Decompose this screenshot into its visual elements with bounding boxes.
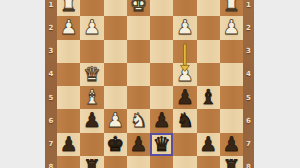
- video-frame: 12345678 ♜♚♜♟♟♟♟♛♟♝♟♝♟♟♞♟♞♟♚♟♛♟♟♜♜ 12345…: [0, 0, 300, 168]
- rank-label-3: 3: [243, 40, 254, 63]
- square-g3[interactable]: [80, 40, 103, 63]
- black-pawn[interactable]: ♟: [199, 133, 217, 156]
- square-g1[interactable]: [80, 0, 103, 16]
- rank-labels-right: 12345678: [243, 0, 254, 168]
- square-d7[interactable]: ♛: [150, 133, 173, 156]
- square-h5[interactable]: [57, 86, 80, 109]
- chess-board: 12345678 ♜♚♜♟♟♟♟♛♟♝♟♝♟♟♞♟♞♟♚♟♛♟♟♜♜ 12345…: [45, 0, 254, 168]
- square-c4[interactable]: ♟: [173, 63, 196, 86]
- rank-label-8: 8: [243, 156, 254, 168]
- black-queen[interactable]: ♛: [153, 133, 171, 156]
- rank-label-5: 5: [45, 86, 57, 109]
- square-b2[interactable]: [197, 16, 220, 39]
- square-f5[interactable]: [104, 86, 127, 109]
- square-e7[interactable]: ♟: [127, 133, 150, 156]
- square-c8[interactable]: [173, 156, 196, 168]
- square-a1[interactable]: ♜: [220, 0, 243, 16]
- white-pawn[interactable]: ♟: [176, 63, 194, 86]
- square-d5[interactable]: [150, 86, 173, 109]
- square-b1[interactable]: [197, 0, 220, 16]
- rank-label-4: 4: [45, 63, 57, 86]
- square-c6[interactable]: ♞: [173, 109, 196, 132]
- square-e4[interactable]: [127, 63, 150, 86]
- square-d1[interactable]: [150, 0, 173, 16]
- square-f6[interactable]: ♟: [104, 109, 127, 132]
- square-a4[interactable]: [220, 63, 243, 86]
- square-c7[interactable]: [173, 133, 196, 156]
- white-queen[interactable]: ♛: [83, 63, 101, 86]
- black-knight[interactable]: ♞: [176, 109, 194, 132]
- square-c3[interactable]: [173, 40, 196, 63]
- square-e2[interactable]: [127, 16, 150, 39]
- square-f4[interactable]: [104, 63, 127, 86]
- white-pawn[interactable]: ♟: [176, 16, 194, 39]
- rank-label-6: 6: [45, 109, 57, 132]
- square-e8[interactable]: [127, 156, 150, 168]
- white-bishop[interactable]: ♝: [83, 86, 101, 109]
- rank-label-3: 3: [45, 40, 57, 63]
- black-rook[interactable]: ♜: [83, 156, 101, 168]
- square-g6[interactable]: ♟: [80, 109, 103, 132]
- square-c1[interactable]: [173, 0, 196, 16]
- rank-label-8: 8: [45, 156, 57, 168]
- square-g8[interactable]: ♜: [80, 156, 103, 168]
- square-d2[interactable]: [150, 16, 173, 39]
- black-pawn[interactable]: ♟: [60, 133, 78, 156]
- square-a7[interactable]: ♟: [220, 133, 243, 156]
- square-d6[interactable]: ♟: [150, 109, 173, 132]
- square-h4[interactable]: [57, 63, 80, 86]
- square-a3[interactable]: [220, 40, 243, 63]
- square-a2[interactable]: ♟: [220, 16, 243, 39]
- square-g2[interactable]: ♟: [80, 16, 103, 39]
- board-squares: ♜♚♜♟♟♟♟♛♟♝♟♝♟♟♞♟♞♟♚♟♛♟♟♜♜: [57, 0, 243, 168]
- white-pawn[interactable]: ♟: [222, 16, 240, 39]
- rank-labels-left: 12345678: [45, 0, 57, 168]
- square-h3[interactable]: [57, 40, 80, 63]
- square-f7[interactable]: ♚: [104, 133, 127, 156]
- black-rook[interactable]: ♜: [222, 156, 240, 168]
- square-a6[interactable]: [220, 109, 243, 132]
- white-pawn[interactable]: ♟: [60, 16, 78, 39]
- square-f2[interactable]: [104, 16, 127, 39]
- square-b4[interactable]: [197, 63, 220, 86]
- white-pawn[interactable]: ♟: [106, 109, 124, 132]
- square-d4[interactable]: [150, 63, 173, 86]
- square-e6[interactable]: ♞: [127, 109, 150, 132]
- black-pawn[interactable]: ♟: [222, 133, 240, 156]
- square-g7[interactable]: [80, 133, 103, 156]
- black-pawn[interactable]: ♟: [176, 86, 194, 109]
- square-b3[interactable]: [197, 40, 220, 63]
- square-e1[interactable]: ♚: [127, 0, 150, 16]
- white-pawn[interactable]: ♟: [83, 16, 101, 39]
- square-h6[interactable]: [57, 109, 80, 132]
- rank-label-2: 2: [243, 16, 254, 39]
- square-b7[interactable]: ♟: [197, 133, 220, 156]
- white-king[interactable]: ♚: [129, 0, 147, 16]
- rank-label-4: 4: [243, 63, 254, 86]
- square-d3[interactable]: [150, 40, 173, 63]
- black-pawn[interactable]: ♟: [129, 133, 147, 156]
- square-g4[interactable]: ♛: [80, 63, 103, 86]
- square-g5[interactable]: ♝: [80, 86, 103, 109]
- square-h8[interactable]: [57, 156, 80, 168]
- square-b6[interactable]: [197, 109, 220, 132]
- black-king[interactable]: ♚: [106, 133, 124, 156]
- black-bishop[interactable]: ♝: [199, 86, 217, 109]
- rank-label-2: 2: [45, 16, 57, 39]
- square-e5[interactable]: [127, 86, 150, 109]
- white-rook[interactable]: ♜: [60, 0, 78, 16]
- rank-label-1: 1: [45, 0, 57, 16]
- white-rook[interactable]: ♜: [222, 0, 240, 16]
- square-b8[interactable]: [197, 156, 220, 168]
- black-pawn[interactable]: ♟: [153, 109, 171, 132]
- rank-label-6: 6: [243, 109, 254, 132]
- square-e3[interactable]: [127, 40, 150, 63]
- white-knight[interactable]: ♞: [129, 109, 147, 132]
- square-b5[interactable]: ♝: [197, 86, 220, 109]
- square-a5[interactable]: [220, 86, 243, 109]
- square-f1[interactable]: [104, 0, 127, 16]
- square-c2[interactable]: ♟: [173, 16, 196, 39]
- square-h7[interactable]: ♟: [57, 133, 80, 156]
- square-f8[interactable]: [104, 156, 127, 168]
- rank-label-1: 1: [243, 0, 254, 16]
- rank-label-7: 7: [243, 133, 254, 156]
- square-d8[interactable]: [150, 156, 173, 168]
- square-h2[interactable]: ♟: [57, 16, 80, 39]
- square-c5[interactable]: ♟: [173, 86, 196, 109]
- square-a8[interactable]: ♜: [220, 156, 243, 168]
- black-pawn[interactable]: ♟: [83, 109, 101, 132]
- rank-label-7: 7: [45, 133, 57, 156]
- square-h1[interactable]: ♜: [57, 0, 80, 16]
- square-f3[interactable]: [104, 40, 127, 63]
- rank-label-5: 5: [243, 86, 254, 109]
